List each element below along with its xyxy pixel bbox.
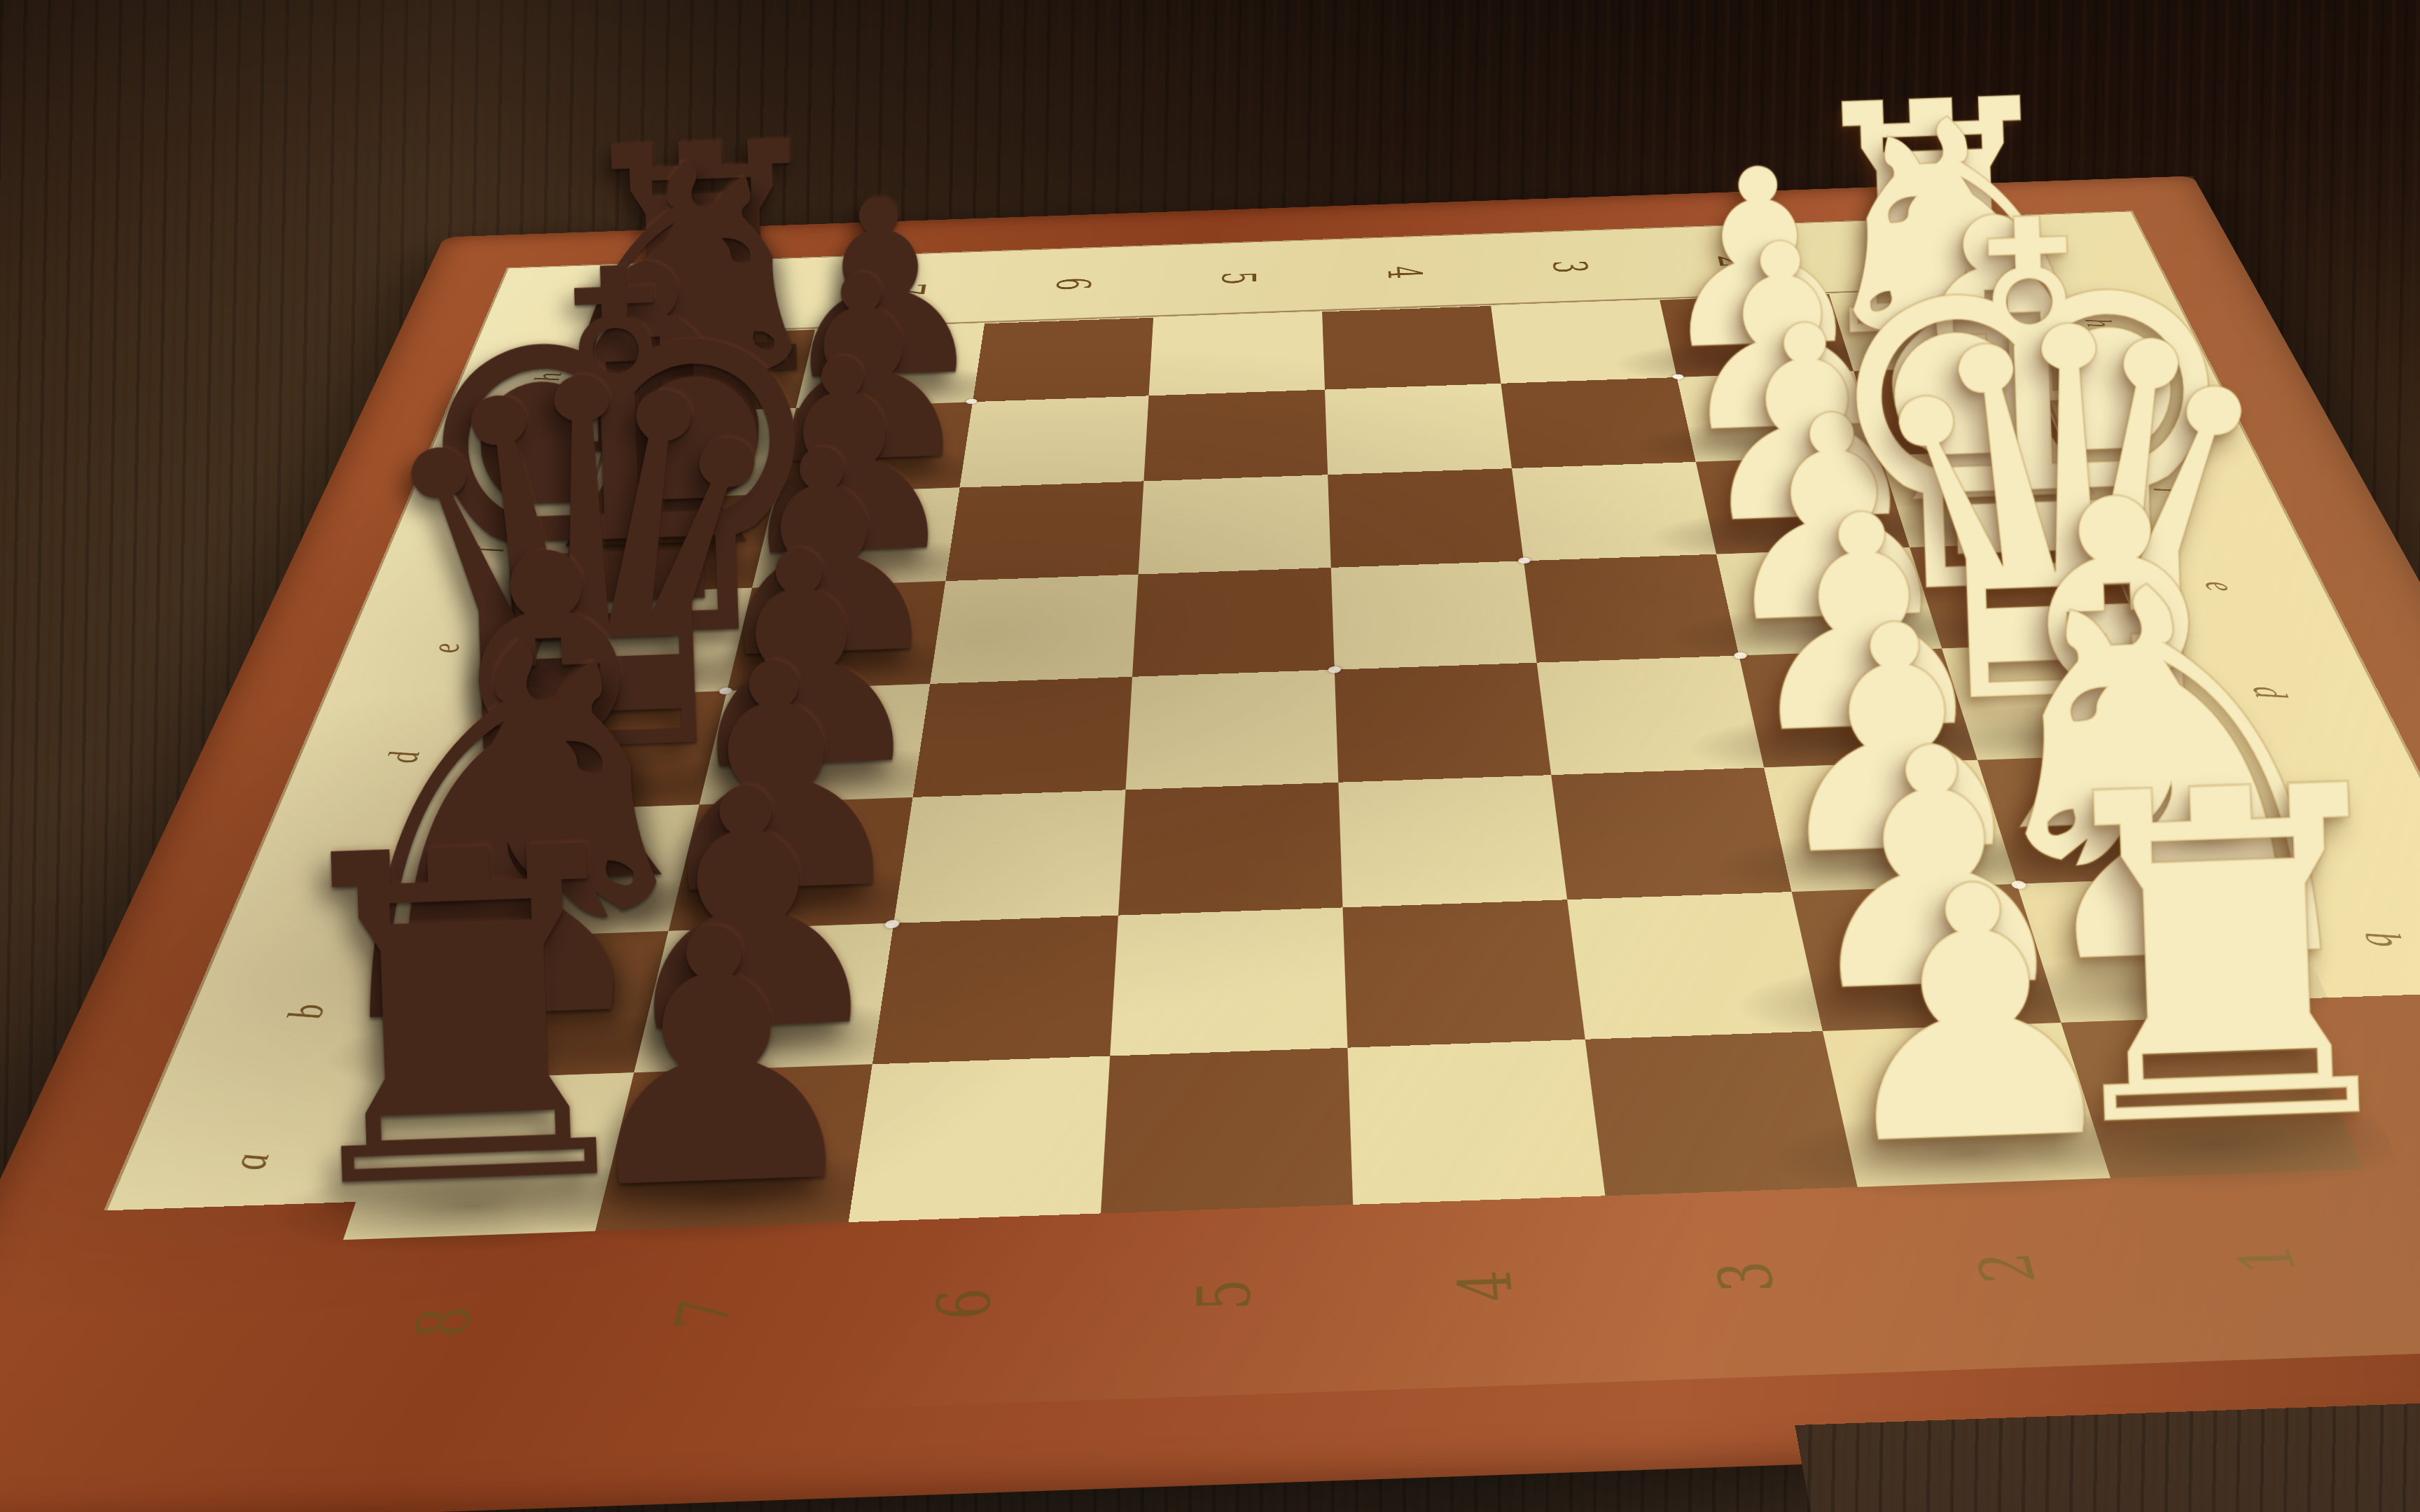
square-f3 [1512, 462, 1716, 561]
square-b4 [1343, 899, 1585, 1047]
square-b5 [1110, 908, 1347, 1056]
board-grid: 87654321h♜♟♟♜hg♞♟♟♞gf♝♟♟♝fe♚♟♟♚ed♛♟♟♛dc♝… [9, 211, 2420, 1432]
square-g6 [959, 396, 1148, 488]
square-a3 [1585, 1031, 1858, 1196]
square-e3 [1524, 554, 1739, 663]
near-rank-label-3: 3 [1708, 1260, 1786, 1294]
piece-white-rook-a1: ♜ [2017, 743, 2420, 1174]
square-c3 [1551, 768, 1792, 900]
near-border-cell: 6 [821, 1213, 1101, 1401]
near-rank-label-4: 4 [1449, 1269, 1524, 1303]
square-h3 [1491, 300, 1677, 384]
square-f5 [1138, 475, 1330, 574]
square-a4 [1347, 1039, 1605, 1205]
square-b3 [1567, 892, 1823, 1039]
near-rank-label-1: 1 [2226, 1242, 2309, 1275]
square-a1: ♜ [2061, 1014, 2363, 1178]
photo-stage: 87654321h♜♟♟♜hg♞♟♟♞gf♝♟♟♝fe♚♟♟♚ed♛♟♟♛dc♝… [0, 0, 2420, 1512]
square-d3 [1537, 656, 1765, 776]
far-border-cell: 3 [1482, 229, 1660, 306]
far-border-cell: 6 [985, 246, 1157, 323]
near-rank-label-8: 8 [403, 1305, 485, 1340]
far-border-cell: 4 [1320, 234, 1491, 312]
perspective-scene: 87654321h♜♟♟♜hg♞♟♟♞gf♝♟♟♝fe♚♟♟♚ed♛♟♟♛dc♝… [0, 0, 2420, 1512]
far-border-cell: 5 [1153, 240, 1322, 318]
square-b6 [872, 916, 1118, 1064]
square-e6 [930, 574, 1139, 683]
piece-black-rook-a8: ♜ [254, 805, 674, 1235]
chess-board: 87654321h♜♟♟♜hg♞♟♟♞gf♝♟♟♝fe♚♟♟♚ed♛♟♟♛dc♝… [0, 176, 2420, 1512]
square-e4 [1331, 561, 1537, 670]
square-a6 [848, 1056, 1110, 1222]
camera-tilt-wrapper: 87654321h♜♟♟♜hg♞♟♟♞gf♝♟♟♝fe♚♟♟♚ed♛♟♟♛dc♝… [0, 0, 2420, 1512]
square-c6 [893, 790, 1125, 923]
square-a5 [1101, 1047, 1353, 1213]
near-border-cell: 5 [1090, 1205, 1359, 1392]
square-f4 [1328, 468, 1524, 568]
square-h6 [973, 318, 1153, 402]
square-g3 [1501, 377, 1697, 468]
square-f6 [945, 481, 1143, 581]
far-rank-label-6: 6 [1049, 276, 1096, 290]
near-rank-label-2: 2 [1967, 1251, 2047, 1284]
square-a8: ♜ [343, 1072, 634, 1240]
square-h5 [1148, 311, 1325, 395]
near-rank-label-7: 7 [665, 1296, 744, 1331]
near-border-cell: 3 [1606, 1187, 1898, 1373]
square-c4 [1338, 775, 1567, 907]
square-h4 [1322, 306, 1501, 390]
near-rank-label-6: 6 [927, 1287, 1003, 1321]
near-border-cell: 7 [552, 1222, 848, 1410]
far-rank-label-5: 5 [1215, 271, 1261, 285]
near-rank-label-5: 5 [1189, 1278, 1261, 1312]
square-d6 [912, 677, 1132, 797]
far-rank-label-4: 4 [1380, 265, 1427, 279]
near-border-cell: 4 [1353, 1196, 1628, 1382]
far-rank-label-3: 3 [1545, 260, 1594, 274]
square-d4 [1335, 663, 1552, 783]
square-g4 [1325, 384, 1512, 475]
square-g5 [1143, 390, 1328, 481]
square-d5 [1125, 670, 1338, 790]
square-c5 [1118, 783, 1343, 916]
square-e5 [1132, 568, 1335, 677]
